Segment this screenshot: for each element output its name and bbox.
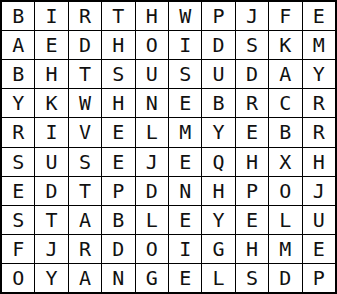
grid-cell-r10c1[interactable]: O bbox=[2, 264, 34, 292]
grid-cell-r5c4[interactable]: E bbox=[102, 118, 134, 146]
grid-cell-r8c8[interactable]: E bbox=[236, 206, 268, 234]
grid-cell-r1c1[interactable]: B bbox=[2, 2, 34, 30]
grid-cell-r7c4[interactable]: P bbox=[102, 177, 134, 205]
grid-cell-r6c10[interactable]: H bbox=[303, 148, 335, 176]
grid-cell-r5c9[interactable]: B bbox=[269, 118, 301, 146]
grid-cell-r1c8[interactable]: J bbox=[236, 2, 268, 30]
grid-cell-r6c4[interactable]: E bbox=[102, 148, 134, 176]
grid-cell-r3c2[interactable]: H bbox=[35, 60, 67, 88]
grid-cell-r1c7[interactable]: P bbox=[202, 2, 234, 30]
grid-cell-r4c6[interactable]: E bbox=[169, 89, 201, 117]
grid-cell-r4c8[interactable]: R bbox=[236, 89, 268, 117]
grid-cell-r8c2[interactable]: T bbox=[35, 206, 67, 234]
grid-cell-r10c9[interactable]: D bbox=[269, 264, 301, 292]
grid-cell-r4c1[interactable]: Y bbox=[2, 89, 34, 117]
grid-cell-r9c9[interactable]: M bbox=[269, 235, 301, 263]
grid-cell-r7c10[interactable]: J bbox=[303, 177, 335, 205]
grid-cell-r1c9[interactable]: F bbox=[269, 2, 301, 30]
grid-cell-r1c3[interactable]: R bbox=[69, 2, 101, 30]
grid-cell-r2c1[interactable]: A bbox=[2, 31, 34, 59]
grid-cell-r2c2[interactable]: E bbox=[35, 31, 67, 59]
grid-cell-r5c2[interactable]: I bbox=[35, 118, 67, 146]
grid-cell-r3c10[interactable]: Y bbox=[303, 60, 335, 88]
grid-cell-r5c10[interactable]: R bbox=[303, 118, 335, 146]
grid-cell-r2c8[interactable]: S bbox=[236, 31, 268, 59]
grid-cell-r5c5[interactable]: L bbox=[136, 118, 168, 146]
grid-cell-r1c4[interactable]: T bbox=[102, 2, 134, 30]
grid-cell-r3c6[interactable]: S bbox=[169, 60, 201, 88]
grid-cell-r8c9[interactable]: L bbox=[269, 206, 301, 234]
grid-cell-r5c1[interactable]: R bbox=[2, 118, 34, 146]
grid-cell-r6c6[interactable]: E bbox=[169, 148, 201, 176]
grid-cell-r9c5[interactable]: O bbox=[136, 235, 168, 263]
grid-cell-r10c8[interactable]: S bbox=[236, 264, 268, 292]
grid-cell-r1c10[interactable]: E bbox=[303, 2, 335, 30]
grid-cell-r10c10[interactable]: P bbox=[303, 264, 335, 292]
grid-cell-r7c3[interactable]: T bbox=[69, 177, 101, 205]
grid-cell-r3c9[interactable]: A bbox=[269, 60, 301, 88]
grid-cell-r2c6[interactable]: I bbox=[169, 31, 201, 59]
grid-cell-r9c8[interactable]: H bbox=[236, 235, 268, 263]
grid-cell-r5c7[interactable]: Y bbox=[202, 118, 234, 146]
grid-cell-r6c1[interactable]: S bbox=[2, 148, 34, 176]
grid-cell-r4c4[interactable]: H bbox=[102, 89, 134, 117]
grid-cell-r9c7[interactable]: G bbox=[202, 235, 234, 263]
grid-cell-r3c1[interactable]: B bbox=[2, 60, 34, 88]
grid-cell-r8c3[interactable]: A bbox=[69, 206, 101, 234]
grid-cell-r3c7[interactable]: U bbox=[202, 60, 234, 88]
grid-cell-r7c8[interactable]: P bbox=[236, 177, 268, 205]
word-search-board: BIRTHWPJFEAEDHOIDSKMBHTSUSUDAYYKWHNEBRCR… bbox=[0, 0, 337, 294]
grid-cell-r1c2[interactable]: I bbox=[35, 2, 67, 30]
grid-cell-r4c7[interactable]: B bbox=[202, 89, 234, 117]
grid-cell-r4c3[interactable]: W bbox=[69, 89, 101, 117]
grid-cell-r9c1[interactable]: F bbox=[2, 235, 34, 263]
grid-cell-r3c3[interactable]: T bbox=[69, 60, 101, 88]
grid-cell-r6c7[interactable]: Q bbox=[202, 148, 234, 176]
grid-cell-r9c6[interactable]: I bbox=[169, 235, 201, 263]
grid-cell-r10c2[interactable]: Y bbox=[35, 264, 67, 292]
grid-cell-r10c6[interactable]: E bbox=[169, 264, 201, 292]
grid-cell-r9c10[interactable]: E bbox=[303, 235, 335, 263]
grid-cell-r2c3[interactable]: D bbox=[69, 31, 101, 59]
grid-cell-r3c4[interactable]: S bbox=[102, 60, 134, 88]
grid-cell-r10c3[interactable]: A bbox=[69, 264, 101, 292]
grid-cell-r9c2[interactable]: J bbox=[35, 235, 67, 263]
grid-cell-r5c6[interactable]: M bbox=[169, 118, 201, 146]
grid-cell-r8c6[interactable]: E bbox=[169, 206, 201, 234]
grid-cell-r4c10[interactable]: R bbox=[303, 89, 335, 117]
grid-cell-r8c1[interactable]: S bbox=[2, 206, 34, 234]
grid-cell-r8c5[interactable]: L bbox=[136, 206, 168, 234]
grid-cell-r6c2[interactable]: U bbox=[35, 148, 67, 176]
grid-cell-r5c3[interactable]: V bbox=[69, 118, 101, 146]
grid-cell-r6c9[interactable]: X bbox=[269, 148, 301, 176]
grid-cell-r8c10[interactable]: U bbox=[303, 206, 335, 234]
grid-cell-r10c5[interactable]: G bbox=[136, 264, 168, 292]
grid-cell-r8c4[interactable]: B bbox=[102, 206, 134, 234]
grid-cell-r4c9[interactable]: C bbox=[269, 89, 301, 117]
grid-cell-r1c6[interactable]: W bbox=[169, 2, 201, 30]
grid-cell-r5c8[interactable]: E bbox=[236, 118, 268, 146]
grid-cell-r8c7[interactable]: Y bbox=[202, 206, 234, 234]
grid-cell-r7c2[interactable]: D bbox=[35, 177, 67, 205]
grid-cell-r2c10[interactable]: M bbox=[303, 31, 335, 59]
grid-cell-r10c4[interactable]: N bbox=[102, 264, 134, 292]
grid-cell-r2c5[interactable]: O bbox=[136, 31, 168, 59]
grid-cell-r2c4[interactable]: H bbox=[102, 31, 134, 59]
grid-cell-r7c1[interactable]: E bbox=[2, 177, 34, 205]
grid-cell-r3c5[interactable]: U bbox=[136, 60, 168, 88]
grid-cell-r4c2[interactable]: K bbox=[35, 89, 67, 117]
grid-cell-r10c7[interactable]: L bbox=[202, 264, 234, 292]
grid-cell-r7c7[interactable]: H bbox=[202, 177, 234, 205]
grid-cell-r3c8[interactable]: D bbox=[236, 60, 268, 88]
grid-cell-r7c9[interactable]: O bbox=[269, 177, 301, 205]
grid-cell-r7c6[interactable]: N bbox=[169, 177, 201, 205]
grid-cell-r6c5[interactable]: J bbox=[136, 148, 168, 176]
grid-cell-r4c5[interactable]: N bbox=[136, 89, 168, 117]
grid-cell-r2c9[interactable]: K bbox=[269, 31, 301, 59]
grid-cell-r9c4[interactable]: D bbox=[102, 235, 134, 263]
grid-cell-r7c5[interactable]: D bbox=[136, 177, 168, 205]
grid-cell-r9c3[interactable]: R bbox=[69, 235, 101, 263]
grid-cell-r2c7[interactable]: D bbox=[202, 31, 234, 59]
grid-cell-r1c5[interactable]: H bbox=[136, 2, 168, 30]
grid-cell-r6c8[interactable]: H bbox=[236, 148, 268, 176]
grid-cell-r6c3[interactable]: S bbox=[69, 148, 101, 176]
